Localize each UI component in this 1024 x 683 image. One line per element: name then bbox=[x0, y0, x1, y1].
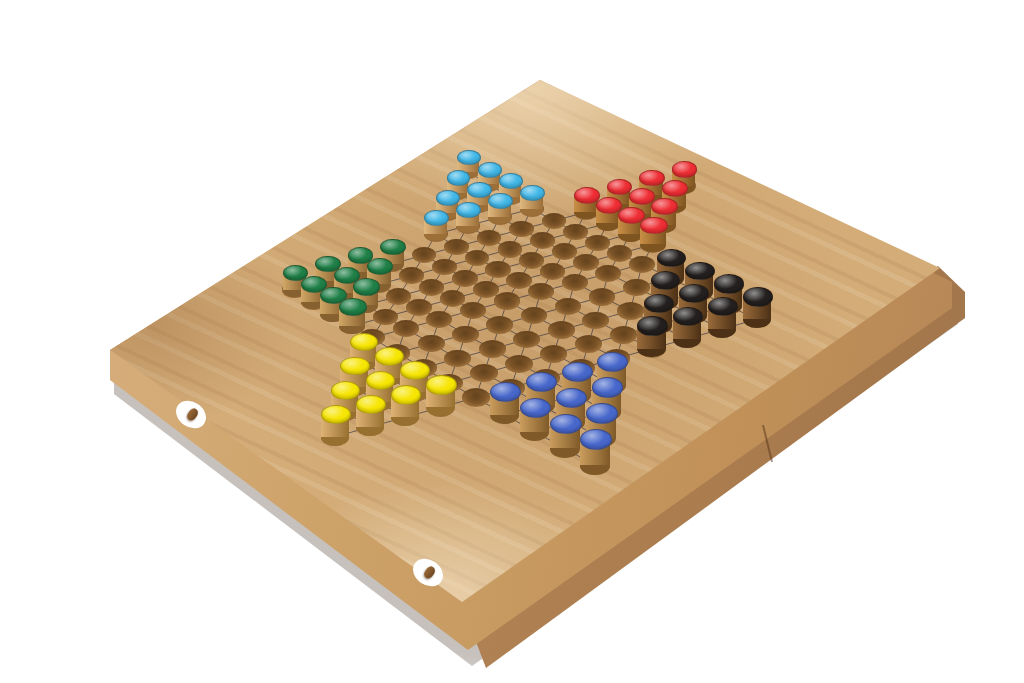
peg-red[interactable] bbox=[662, 180, 688, 197]
hole[interactable] bbox=[552, 243, 577, 260]
hole[interactable] bbox=[432, 259, 457, 275]
hole[interactable] bbox=[494, 292, 520, 309]
peg-blue[interactable] bbox=[592, 377, 624, 397]
peg-yellow[interactable] bbox=[340, 357, 369, 376]
hole[interactable] bbox=[585, 235, 610, 252]
peg-green[interactable] bbox=[380, 239, 406, 256]
peg-sky-blue[interactable] bbox=[456, 202, 481, 218]
hole[interactable] bbox=[610, 326, 637, 344]
hole[interactable] bbox=[573, 254, 599, 271]
hole[interactable] bbox=[589, 288, 616, 306]
peg-sky-blue[interactable] bbox=[478, 162, 502, 178]
hole[interactable] bbox=[479, 340, 506, 358]
lattice-lines bbox=[0, 0, 1024, 683]
peg-sky-blue[interactable] bbox=[447, 170, 471, 186]
hole[interactable] bbox=[505, 355, 532, 373]
peg-black[interactable] bbox=[685, 262, 714, 281]
peg-black[interactable] bbox=[644, 294, 674, 313]
hole[interactable] bbox=[486, 316, 513, 334]
peg-yellow[interactable] bbox=[375, 347, 404, 366]
hole[interactable] bbox=[617, 302, 644, 320]
peg-black[interactable] bbox=[637, 316, 667, 336]
hole[interactable] bbox=[562, 274, 588, 291]
peg-yellow[interactable] bbox=[391, 385, 421, 405]
peg-green[interactable] bbox=[353, 278, 380, 295]
peg-yellow[interactable] bbox=[321, 405, 351, 425]
hole[interactable] bbox=[452, 326, 479, 344]
peg-blue[interactable] bbox=[526, 372, 557, 392]
hole[interactable] bbox=[418, 335, 445, 353]
hole[interactable] bbox=[462, 388, 490, 406]
hole[interactable] bbox=[460, 302, 486, 319]
hole[interactable] bbox=[470, 364, 497, 382]
hole[interactable] bbox=[498, 241, 523, 257]
peg-black[interactable] bbox=[657, 249, 686, 268]
hole[interactable] bbox=[555, 298, 582, 316]
peg-blue[interactable] bbox=[550, 414, 582, 435]
hole[interactable] bbox=[607, 245, 633, 262]
peg-yellow[interactable] bbox=[366, 371, 396, 390]
hole[interactable] bbox=[399, 267, 424, 283]
peg-black[interactable] bbox=[679, 284, 709, 303]
peg-green[interactable] bbox=[339, 298, 366, 316]
peg-black[interactable] bbox=[651, 271, 680, 290]
hole[interactable] bbox=[548, 321, 575, 339]
peg-black[interactable] bbox=[673, 307, 703, 327]
peg-blue[interactable] bbox=[520, 398, 552, 418]
peg-blue[interactable] bbox=[490, 382, 521, 402]
hole[interactable] bbox=[393, 320, 419, 337]
hole[interactable] bbox=[530, 232, 555, 248]
hole[interactable] bbox=[563, 224, 588, 240]
star-grid bbox=[0, 0, 1024, 683]
hole[interactable] bbox=[444, 239, 468, 255]
peg-yellow[interactable] bbox=[426, 375, 456, 395]
peg-sky-blue[interactable] bbox=[436, 190, 460, 206]
peg-blue[interactable] bbox=[597, 352, 628, 372]
peg-red[interactable] bbox=[640, 217, 667, 235]
peg-blue[interactable] bbox=[556, 388, 588, 408]
peg-red[interactable] bbox=[672, 161, 698, 178]
peg-black[interactable] bbox=[714, 274, 744, 293]
chinese-checkers-board-photo bbox=[0, 0, 1024, 683]
peg-sky-blue[interactable] bbox=[467, 182, 491, 198]
hole[interactable] bbox=[542, 213, 566, 229]
peg-sky-blue[interactable] bbox=[520, 185, 545, 201]
hole[interactable] bbox=[519, 252, 544, 269]
peg-blue[interactable] bbox=[586, 403, 618, 424]
peg-blue[interactable] bbox=[562, 362, 593, 382]
peg-black[interactable] bbox=[743, 287, 773, 307]
peg-yellow[interactable] bbox=[331, 381, 361, 400]
hole[interactable] bbox=[623, 279, 650, 297]
fold-seam bbox=[763, 425, 772, 462]
hole[interactable] bbox=[629, 256, 655, 273]
